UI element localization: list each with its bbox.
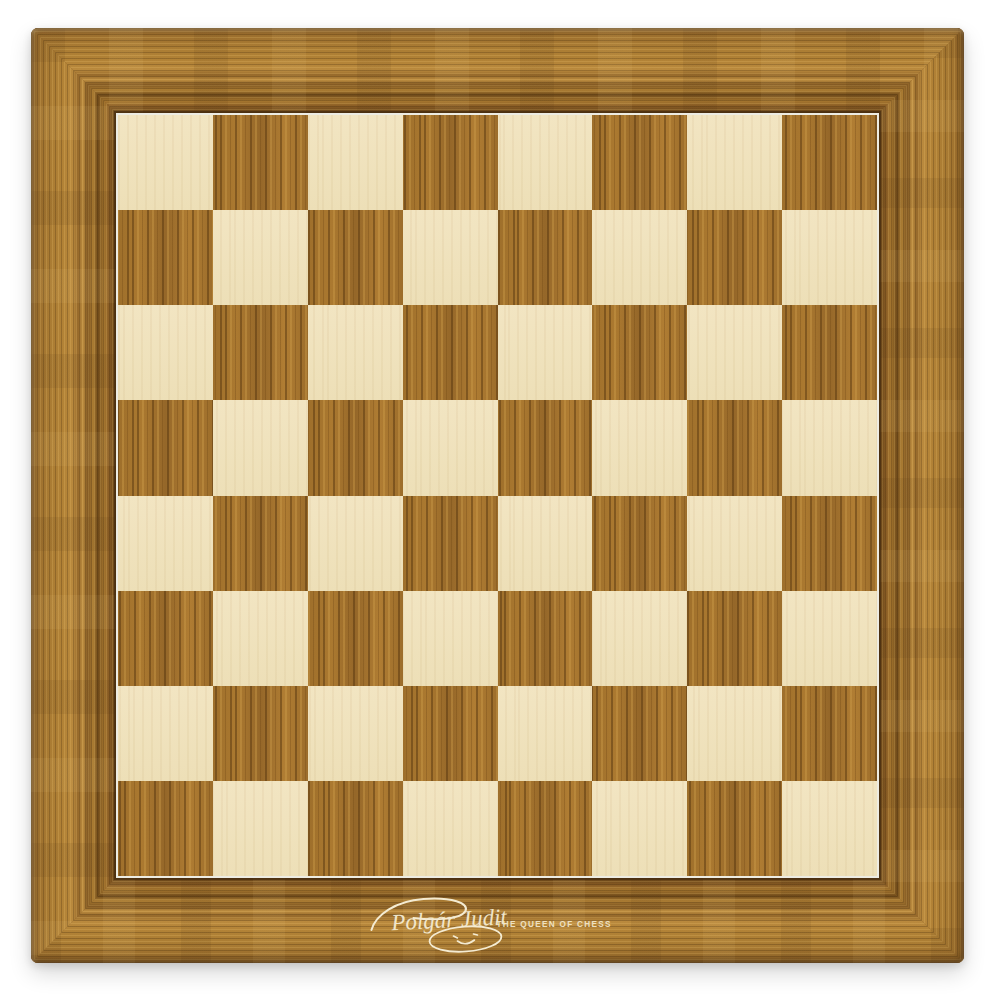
square-a6[interactable]: [118, 305, 213, 400]
square-e5[interactable]: [498, 400, 593, 495]
square-e8[interactable]: [498, 115, 593, 210]
square-g4[interactable]: [687, 496, 782, 591]
square-g5[interactable]: [687, 400, 782, 495]
square-a3[interactable]: [118, 591, 213, 686]
square-g8[interactable]: [687, 115, 782, 210]
square-a7[interactable]: [118, 210, 213, 305]
square-d8[interactable]: [403, 115, 498, 210]
square-f5[interactable]: [592, 400, 687, 495]
square-h1[interactable]: [782, 781, 877, 876]
square-b8[interactable]: [213, 115, 308, 210]
square-f1[interactable]: [592, 781, 687, 876]
square-b3[interactable]: [213, 591, 308, 686]
square-c6[interactable]: [308, 305, 403, 400]
square-c7[interactable]: [308, 210, 403, 305]
square-h2[interactable]: [782, 686, 877, 781]
square-c1[interactable]: [308, 781, 403, 876]
frame-rail-right: [879, 28, 964, 963]
square-f3[interactable]: [592, 591, 687, 686]
square-d6[interactable]: [403, 305, 498, 400]
square-e1[interactable]: [498, 781, 593, 876]
square-f6[interactable]: [592, 305, 687, 400]
square-e4[interactable]: [498, 496, 593, 591]
frame-rail-top: [31, 28, 964, 113]
square-h4[interactable]: [782, 496, 877, 591]
square-f7[interactable]: [592, 210, 687, 305]
square-a4[interactable]: [118, 496, 213, 591]
square-c4[interactable]: [308, 496, 403, 591]
square-h7[interactable]: [782, 210, 877, 305]
square-b2[interactable]: [213, 686, 308, 781]
square-f8[interactable]: [592, 115, 687, 210]
square-d7[interactable]: [403, 210, 498, 305]
square-e6[interactable]: [498, 305, 593, 400]
square-g1[interactable]: [687, 781, 782, 876]
square-g7[interactable]: [687, 210, 782, 305]
square-g2[interactable]: [687, 686, 782, 781]
square-a8[interactable]: [118, 115, 213, 210]
square-d2[interactable]: [403, 686, 498, 781]
square-h6[interactable]: [782, 305, 877, 400]
square-h5[interactable]: [782, 400, 877, 495]
square-g6[interactable]: [687, 305, 782, 400]
square-c3[interactable]: [308, 591, 403, 686]
board-grid: [118, 115, 877, 876]
square-d1[interactable]: [403, 781, 498, 876]
square-g3[interactable]: [687, 591, 782, 686]
square-b5[interactable]: [213, 400, 308, 495]
playing-field: [116, 113, 879, 878]
square-a2[interactable]: [118, 686, 213, 781]
square-c8[interactable]: [308, 115, 403, 210]
frame-rail-bottom: [31, 878, 964, 963]
square-b4[interactable]: [213, 496, 308, 591]
square-e2[interactable]: [498, 686, 593, 781]
square-e3[interactable]: [498, 591, 593, 686]
square-a5[interactable]: [118, 400, 213, 495]
square-d5[interactable]: [403, 400, 498, 495]
square-c2[interactable]: [308, 686, 403, 781]
square-c5[interactable]: [308, 400, 403, 495]
square-b7[interactable]: [213, 210, 308, 305]
square-a1[interactable]: [118, 781, 213, 876]
frame-rail-left: [31, 28, 116, 963]
square-h8[interactable]: [782, 115, 877, 210]
square-e7[interactable]: [498, 210, 593, 305]
square-f2[interactable]: [592, 686, 687, 781]
square-d3[interactable]: [403, 591, 498, 686]
square-h3[interactable]: [782, 591, 877, 686]
chess-board: Polgár Judit THE QUEEN OF CHESS: [31, 28, 964, 963]
square-b6[interactable]: [213, 305, 308, 400]
square-b1[interactable]: [213, 781, 308, 876]
square-d4[interactable]: [403, 496, 498, 591]
square-f4[interactable]: [592, 496, 687, 591]
